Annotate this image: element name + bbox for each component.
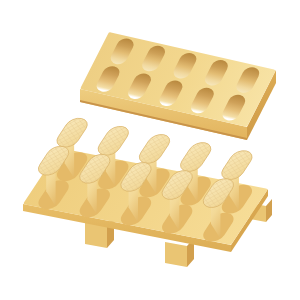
mold-base-tray	[14, 117, 276, 267]
mold-lid-frame	[80, 32, 276, 140]
mold-illustration	[0, 0, 300, 300]
product-photo	[0, 0, 300, 300]
